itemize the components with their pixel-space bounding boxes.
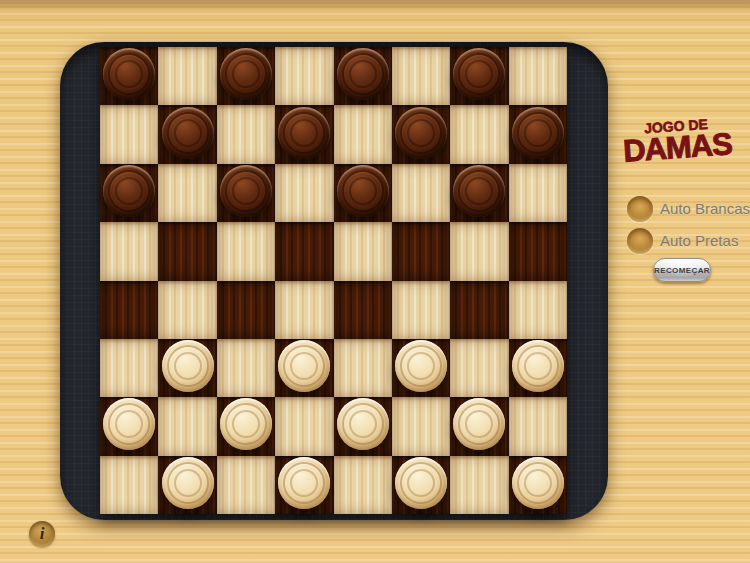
info-icon: i bbox=[40, 525, 45, 542]
board-square[interactable] bbox=[158, 339, 216, 397]
light-piece[interactable] bbox=[512, 340, 564, 392]
dark-piece[interactable] bbox=[512, 107, 564, 159]
auto-pretas-label: Auto Pretas bbox=[660, 228, 738, 254]
board-square[interactable] bbox=[100, 47, 158, 105]
light-piece[interactable] bbox=[162, 340, 214, 392]
board-square bbox=[158, 397, 216, 455]
dark-piece[interactable] bbox=[103, 165, 155, 217]
light-piece[interactable] bbox=[220, 398, 272, 450]
dark-piece[interactable] bbox=[220, 165, 272, 217]
board-square bbox=[392, 281, 450, 339]
board-square[interactable] bbox=[217, 164, 275, 222]
auto-brancas-label: Auto Brancas bbox=[660, 196, 750, 222]
auto-brancas-option[interactable]: Auto Brancas bbox=[627, 196, 750, 222]
board-square bbox=[275, 47, 333, 105]
board-square[interactable] bbox=[158, 222, 216, 280]
board-square[interactable] bbox=[275, 105, 333, 163]
board-square bbox=[509, 47, 567, 105]
board-square[interactable] bbox=[509, 222, 567, 280]
board-square bbox=[158, 47, 216, 105]
board-square[interactable] bbox=[275, 456, 333, 514]
board-square[interactable] bbox=[334, 281, 392, 339]
board-square[interactable] bbox=[275, 222, 333, 280]
board-square bbox=[100, 339, 158, 397]
board-square bbox=[275, 281, 333, 339]
board-square bbox=[217, 456, 275, 514]
board-square bbox=[450, 222, 508, 280]
board-square[interactable] bbox=[100, 281, 158, 339]
dark-piece[interactable] bbox=[162, 107, 214, 159]
light-piece[interactable] bbox=[395, 340, 447, 392]
board-square bbox=[334, 105, 392, 163]
dark-piece[interactable] bbox=[337, 165, 389, 217]
auto-pretas-option[interactable]: Auto Pretas bbox=[627, 228, 738, 254]
board-square bbox=[509, 397, 567, 455]
app-window: JOGO DE DAMAS Auto Brancas Auto Pretas R… bbox=[0, 0, 750, 563]
board-square bbox=[217, 105, 275, 163]
board-square[interactable] bbox=[450, 164, 508, 222]
board-square bbox=[392, 164, 450, 222]
light-piece[interactable] bbox=[162, 457, 214, 509]
board-square bbox=[509, 281, 567, 339]
dark-piece[interactable] bbox=[337, 48, 389, 100]
board-square bbox=[334, 456, 392, 514]
board-square bbox=[100, 456, 158, 514]
board-square[interactable] bbox=[392, 222, 450, 280]
light-piece[interactable] bbox=[103, 398, 155, 450]
board-square bbox=[450, 339, 508, 397]
board-square[interactable] bbox=[392, 105, 450, 163]
dark-piece[interactable] bbox=[453, 165, 505, 217]
board-square[interactable] bbox=[158, 105, 216, 163]
dark-piece[interactable] bbox=[278, 107, 330, 159]
light-piece[interactable] bbox=[278, 340, 330, 392]
board-square[interactable] bbox=[275, 339, 333, 397]
board-square bbox=[392, 47, 450, 105]
board-square[interactable] bbox=[509, 339, 567, 397]
board-square[interactable] bbox=[100, 164, 158, 222]
board-square bbox=[275, 397, 333, 455]
board-square bbox=[100, 105, 158, 163]
board-square[interactable] bbox=[100, 397, 158, 455]
board-square[interactable] bbox=[158, 456, 216, 514]
restart-button[interactable]: RECOMEÇAR bbox=[653, 258, 711, 282]
light-piece[interactable] bbox=[395, 457, 447, 509]
board-square[interactable] bbox=[217, 47, 275, 105]
light-piece[interactable] bbox=[337, 398, 389, 450]
board-square[interactable] bbox=[509, 456, 567, 514]
board-square bbox=[450, 105, 508, 163]
board-square bbox=[392, 397, 450, 455]
board-square[interactable] bbox=[450, 397, 508, 455]
dark-piece[interactable] bbox=[103, 48, 155, 100]
board-square bbox=[217, 222, 275, 280]
board-square bbox=[100, 222, 158, 280]
checkers-board bbox=[100, 47, 567, 514]
board-square[interactable] bbox=[392, 339, 450, 397]
board-square bbox=[158, 281, 216, 339]
light-piece[interactable] bbox=[278, 457, 330, 509]
auto-brancas-radio[interactable] bbox=[627, 196, 653, 222]
board-square bbox=[334, 222, 392, 280]
board-square bbox=[450, 456, 508, 514]
board-square bbox=[158, 164, 216, 222]
info-button[interactable]: i bbox=[29, 521, 55, 547]
dark-piece[interactable] bbox=[220, 48, 272, 100]
board-square[interactable] bbox=[334, 164, 392, 222]
board-square[interactable] bbox=[334, 47, 392, 105]
board-square[interactable] bbox=[217, 281, 275, 339]
board-square[interactable] bbox=[509, 105, 567, 163]
board-square[interactable] bbox=[217, 397, 275, 455]
auto-pretas-radio[interactable] bbox=[627, 228, 653, 254]
board-square bbox=[509, 164, 567, 222]
board-square bbox=[334, 339, 392, 397]
dark-piece[interactable] bbox=[453, 48, 505, 100]
board-square[interactable] bbox=[450, 281, 508, 339]
board-square bbox=[275, 164, 333, 222]
board-square[interactable] bbox=[392, 456, 450, 514]
light-piece[interactable] bbox=[453, 398, 505, 450]
board-square[interactable] bbox=[334, 397, 392, 455]
board-square bbox=[217, 339, 275, 397]
board-square[interactable] bbox=[450, 47, 508, 105]
dark-piece[interactable] bbox=[395, 107, 447, 159]
app-logo: JOGO DE DAMAS bbox=[608, 113, 745, 170]
light-piece[interactable] bbox=[512, 457, 564, 509]
